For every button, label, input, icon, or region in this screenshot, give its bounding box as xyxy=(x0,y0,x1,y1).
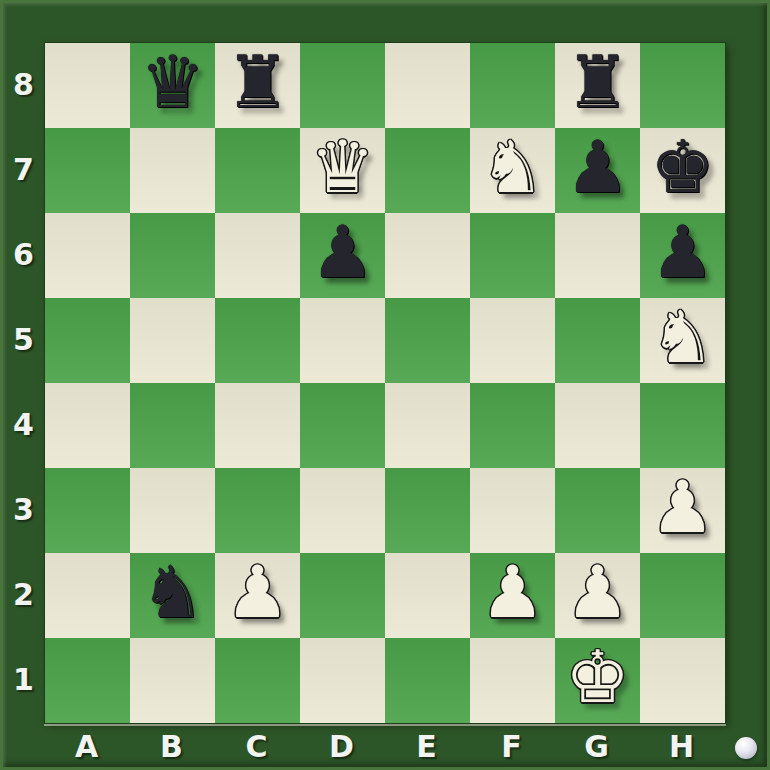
square-a2[interactable] xyxy=(45,553,130,638)
square-g7[interactable]: ♟ xyxy=(555,128,640,213)
piece-white-pawn[interactable]: ♟ xyxy=(650,465,715,550)
square-g4[interactable] xyxy=(555,383,640,468)
square-e4[interactable] xyxy=(385,383,470,468)
rank-label-1: 1 xyxy=(3,637,44,722)
square-b2[interactable]: ♞ xyxy=(130,553,215,638)
square-b7[interactable] xyxy=(130,128,215,213)
rank-label-6: 6 xyxy=(3,212,44,297)
square-a1[interactable] xyxy=(45,638,130,723)
square-a7[interactable] xyxy=(45,128,130,213)
square-g2[interactable]: ♟ xyxy=(555,553,640,638)
file-label-c: C xyxy=(214,722,299,770)
square-f4[interactable] xyxy=(470,383,555,468)
piece-black-queen[interactable]: ♛ xyxy=(140,40,205,125)
piece-black-pawn[interactable]: ♟ xyxy=(565,125,630,210)
square-a5[interactable] xyxy=(45,298,130,383)
square-f1[interactable] xyxy=(470,638,555,723)
square-e8[interactable] xyxy=(385,43,470,128)
square-c6[interactable] xyxy=(215,213,300,298)
file-label-e: E xyxy=(384,722,469,770)
square-e1[interactable] xyxy=(385,638,470,723)
file-label-h: H xyxy=(639,722,724,770)
piece-white-king[interactable]: ♚ xyxy=(565,635,630,720)
square-f7[interactable]: ♞ xyxy=(470,128,555,213)
square-h3[interactable]: ♟ xyxy=(640,468,725,553)
square-f6[interactable] xyxy=(470,213,555,298)
piece-black-knight[interactable]: ♞ xyxy=(140,550,205,635)
piece-black-pawn[interactable]: ♟ xyxy=(650,210,715,295)
square-f8[interactable] xyxy=(470,43,555,128)
square-d8[interactable] xyxy=(300,43,385,128)
rank-labels: 87654321 xyxy=(3,42,44,722)
square-h7[interactable]: ♚ xyxy=(640,128,725,213)
piece-white-knight[interactable]: ♞ xyxy=(480,125,545,210)
chess-board: ♛♜♜♛♞♟♚♟♟♞♟♞♟♟♟♚ xyxy=(44,42,726,724)
rank-label-5: 5 xyxy=(3,297,44,382)
square-f2[interactable]: ♟ xyxy=(470,553,555,638)
square-c3[interactable] xyxy=(215,468,300,553)
rank-label-4: 4 xyxy=(3,382,44,467)
piece-black-rook[interactable]: ♜ xyxy=(565,40,630,125)
piece-white-knight[interactable]: ♞ xyxy=(650,295,715,380)
square-d7[interactable]: ♛ xyxy=(300,128,385,213)
piece-white-pawn[interactable]: ♟ xyxy=(480,550,545,635)
square-e6[interactable] xyxy=(385,213,470,298)
square-h8[interactable] xyxy=(640,43,725,128)
square-a3[interactable] xyxy=(45,468,130,553)
file-labels: ABCDEFGH xyxy=(44,722,724,770)
square-c8[interactable]: ♜ xyxy=(215,43,300,128)
square-d6[interactable]: ♟ xyxy=(300,213,385,298)
file-label-d: D xyxy=(299,722,384,770)
square-h4[interactable] xyxy=(640,383,725,468)
square-e5[interactable] xyxy=(385,298,470,383)
square-e7[interactable] xyxy=(385,128,470,213)
square-a8[interactable] xyxy=(45,43,130,128)
square-g6[interactable] xyxy=(555,213,640,298)
white-to-move-indicator xyxy=(735,737,757,759)
square-c7[interactable] xyxy=(215,128,300,213)
square-h2[interactable] xyxy=(640,553,725,638)
file-label-g: G xyxy=(554,722,639,770)
square-d3[interactable] xyxy=(300,468,385,553)
square-d4[interactable] xyxy=(300,383,385,468)
rank-label-3: 3 xyxy=(3,467,44,552)
square-c1[interactable] xyxy=(215,638,300,723)
square-h5[interactable]: ♞ xyxy=(640,298,725,383)
square-g3[interactable] xyxy=(555,468,640,553)
square-h6[interactable]: ♟ xyxy=(640,213,725,298)
square-b6[interactable] xyxy=(130,213,215,298)
piece-black-rook[interactable]: ♜ xyxy=(225,40,290,125)
piece-white-pawn[interactable]: ♟ xyxy=(565,550,630,635)
square-b1[interactable] xyxy=(130,638,215,723)
rank-label-7: 7 xyxy=(3,127,44,212)
square-c2[interactable]: ♟ xyxy=(215,553,300,638)
piece-black-pawn[interactable]: ♟ xyxy=(310,210,375,295)
chessboard-frame: ♛♜♜♛♞♟♚♟♟♞♟♞♟♟♟♚ 87654321 ABCDEFGH xyxy=(0,0,770,770)
square-b8[interactable]: ♛ xyxy=(130,43,215,128)
square-e3[interactable] xyxy=(385,468,470,553)
square-f5[interactable] xyxy=(470,298,555,383)
square-e2[interactable] xyxy=(385,553,470,638)
square-f3[interactable] xyxy=(470,468,555,553)
square-g8[interactable]: ♜ xyxy=(555,43,640,128)
square-b3[interactable] xyxy=(130,468,215,553)
square-d2[interactable] xyxy=(300,553,385,638)
square-a4[interactable] xyxy=(45,383,130,468)
piece-white-pawn[interactable]: ♟ xyxy=(225,550,290,635)
square-g1[interactable]: ♚ xyxy=(555,638,640,723)
square-d1[interactable] xyxy=(300,638,385,723)
square-b4[interactable] xyxy=(130,383,215,468)
file-label-b: B xyxy=(129,722,214,770)
file-label-f: F xyxy=(469,722,554,770)
piece-white-queen[interactable]: ♛ xyxy=(310,125,375,210)
square-d5[interactable] xyxy=(300,298,385,383)
rank-label-8: 8 xyxy=(3,42,44,127)
rank-label-2: 2 xyxy=(3,552,44,637)
square-c4[interactable] xyxy=(215,383,300,468)
square-a6[interactable] xyxy=(45,213,130,298)
square-h1[interactable] xyxy=(640,638,725,723)
square-c5[interactable] xyxy=(215,298,300,383)
square-b5[interactable] xyxy=(130,298,215,383)
piece-black-king[interactable]: ♚ xyxy=(650,125,715,210)
square-g5[interactable] xyxy=(555,298,640,383)
file-label-a: A xyxy=(44,722,129,770)
